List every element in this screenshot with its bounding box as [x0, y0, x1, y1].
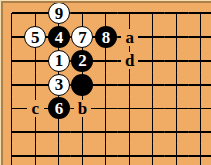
intersection-b6 — [24, 120, 48, 144]
intersection-h7 — [165, 144, 189, 165]
point-label-c: c — [27, 100, 44, 117]
intersection-d1 — [71, 1, 95, 25]
intersection-b4 — [24, 73, 48, 97]
black-stone-4: 4 — [48, 26, 70, 48]
black-stone — [71, 74, 93, 96]
move-number: 6 — [55, 100, 64, 117]
intersection-d6 — [71, 120, 95, 144]
intersection-i7 — [189, 144, 211, 165]
intersection-d7 — [71, 144, 95, 165]
intersection-g3 — [141, 49, 165, 73]
intersection-f6 — [118, 120, 142, 144]
intersection-g7 — [141, 144, 165, 165]
move-number: 4 — [55, 29, 64, 46]
intersection-e6 — [94, 120, 118, 144]
intersection-c6 — [47, 120, 71, 144]
intersection-e3 — [94, 49, 118, 73]
point-label-a: a — [121, 29, 138, 46]
white-stone-1: 1 — [48, 50, 70, 72]
board-grid: 95478a12d3c6b — [1, 1, 211, 165]
intersection-g5 — [141, 97, 165, 121]
intersection-b3 — [24, 49, 48, 73]
point-label-d: d — [121, 52, 138, 69]
intersection-d4 — [71, 73, 95, 97]
intersection-f7 — [118, 144, 142, 165]
intersection-e2: 8 — [94, 25, 118, 49]
intersection-h4 — [165, 73, 189, 97]
intersection-f3: d — [118, 49, 142, 73]
intersection-a1 — [1, 1, 24, 25]
intersection-h1 — [165, 1, 189, 25]
diagram-bevel-border: 95478a12d3c6b — [0, 0, 211, 165]
intersection-h5 — [165, 97, 189, 121]
intersection-h3 — [165, 49, 189, 73]
white-stone-5: 5 — [24, 26, 46, 48]
intersection-f1 — [118, 1, 142, 25]
move-number: 8 — [102, 29, 111, 46]
white-stone-3: 3 — [48, 74, 70, 96]
intersection-f5 — [118, 97, 142, 121]
intersection-b5: c — [24, 97, 48, 121]
intersection-a4 — [1, 73, 24, 97]
move-number: 2 — [78, 52, 87, 69]
intersection-e4 — [94, 73, 118, 97]
intersection-h6 — [165, 120, 189, 144]
intersection-f4 — [118, 73, 142, 97]
move-number: 1 — [55, 52, 64, 69]
intersection-b1 — [24, 1, 48, 25]
intersection-h2 — [165, 25, 189, 49]
intersection-g1 — [141, 1, 165, 25]
intersection-d3: 2 — [71, 49, 95, 73]
move-number: 3 — [55, 76, 64, 93]
intersection-g4 — [141, 73, 165, 97]
white-stone-9: 9 — [48, 2, 70, 24]
point-label-b: b — [74, 100, 91, 117]
black-stone-8: 8 — [95, 26, 117, 48]
intersection-d5: b — [71, 97, 95, 121]
go-board: 95478a12d3c6b — [1, 1, 211, 165]
intersection-e7 — [94, 144, 118, 165]
black-stone-6: 6 — [48, 97, 70, 119]
intersection-g6 — [141, 120, 165, 144]
intersection-c2: 4 — [47, 25, 71, 49]
intersection-c5: 6 — [47, 97, 71, 121]
intersection-i3 — [189, 49, 211, 73]
intersection-b7 — [24, 144, 48, 165]
intersection-a5 — [1, 97, 24, 121]
move-number: 7 — [78, 29, 87, 46]
move-number: 5 — [31, 29, 40, 46]
intersection-e5 — [94, 97, 118, 121]
intersection-e1 — [94, 1, 118, 25]
intersection-g2 — [141, 25, 165, 49]
black-stone-2: 2 — [71, 50, 93, 72]
move-number: 9 — [55, 5, 64, 22]
intersection-a3 — [1, 49, 24, 73]
intersection-f2: a — [118, 25, 142, 49]
intersection-c3: 1 — [47, 49, 71, 73]
intersection-a2 — [1, 25, 24, 49]
intersection-i2 — [189, 25, 211, 49]
intersection-c1: 9 — [47, 1, 71, 25]
white-stone-7: 7 — [71, 26, 93, 48]
intersection-i4 — [189, 73, 211, 97]
intersection-i6 — [189, 120, 211, 144]
intersection-a6 — [1, 120, 24, 144]
intersection-b2: 5 — [24, 25, 48, 49]
intersection-i5 — [189, 97, 211, 121]
intersection-a7 — [1, 144, 24, 165]
intersection-c7 — [47, 144, 71, 165]
intersection-d2: 7 — [71, 25, 95, 49]
intersection-i1 — [189, 1, 211, 25]
intersection-c4: 3 — [47, 73, 71, 97]
